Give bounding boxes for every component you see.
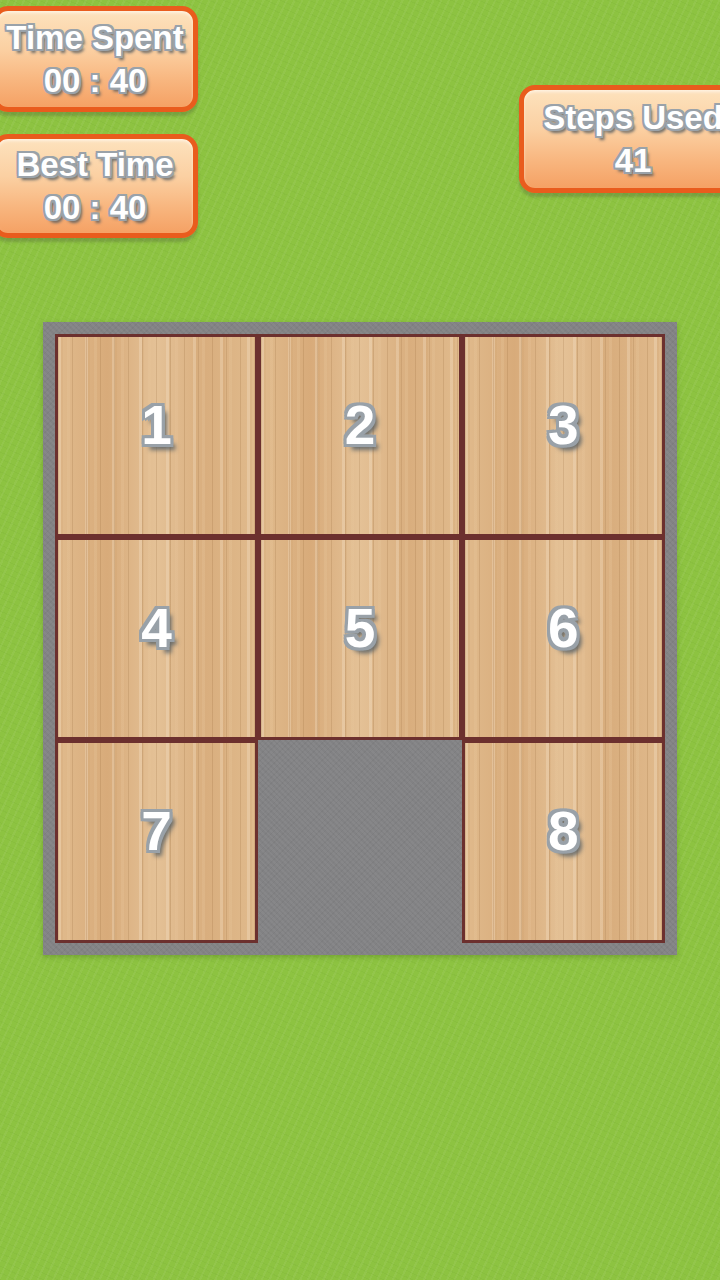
steps-used-value: 41	[615, 144, 652, 177]
puzzle-grid: 12345678	[55, 334, 665, 943]
steps-used-label: Steps Used	[543, 101, 720, 134]
best-time-label: Best Time	[16, 148, 173, 181]
tile-6[interactable]: 6	[462, 537, 665, 740]
tile-5[interactable]: 5	[258, 537, 461, 740]
tile-number: 4	[141, 601, 172, 656]
tile-7[interactable]: 7	[55, 740, 258, 943]
tile-number: 7	[141, 804, 172, 859]
tile-number: 6	[548, 601, 579, 656]
time-spent-label: Time Spent	[6, 21, 183, 54]
tile-3[interactable]: 3	[462, 334, 665, 537]
tile-number: 1	[141, 398, 172, 453]
best-time-badge: Best Time 00 : 40	[0, 134, 198, 238]
puzzle-board: 12345678	[43, 322, 677, 955]
tile-1[interactable]: 1	[55, 334, 258, 537]
tile-8[interactable]: 8	[462, 740, 665, 943]
tile-number: 2	[345, 398, 376, 453]
empty-cell	[258, 740, 461, 943]
tile-number: 8	[548, 804, 579, 859]
time-spent-value: 00 : 40	[44, 64, 147, 97]
tile-2[interactable]: 2	[258, 334, 461, 537]
steps-used-badge: Steps Used 41	[519, 85, 720, 193]
best-time-value: 00 : 40	[44, 191, 147, 224]
tile-4[interactable]: 4	[55, 537, 258, 740]
tile-number: 3	[548, 398, 579, 453]
tile-number: 5	[345, 601, 376, 656]
time-spent-badge: Time Spent 00 : 40	[0, 6, 198, 112]
